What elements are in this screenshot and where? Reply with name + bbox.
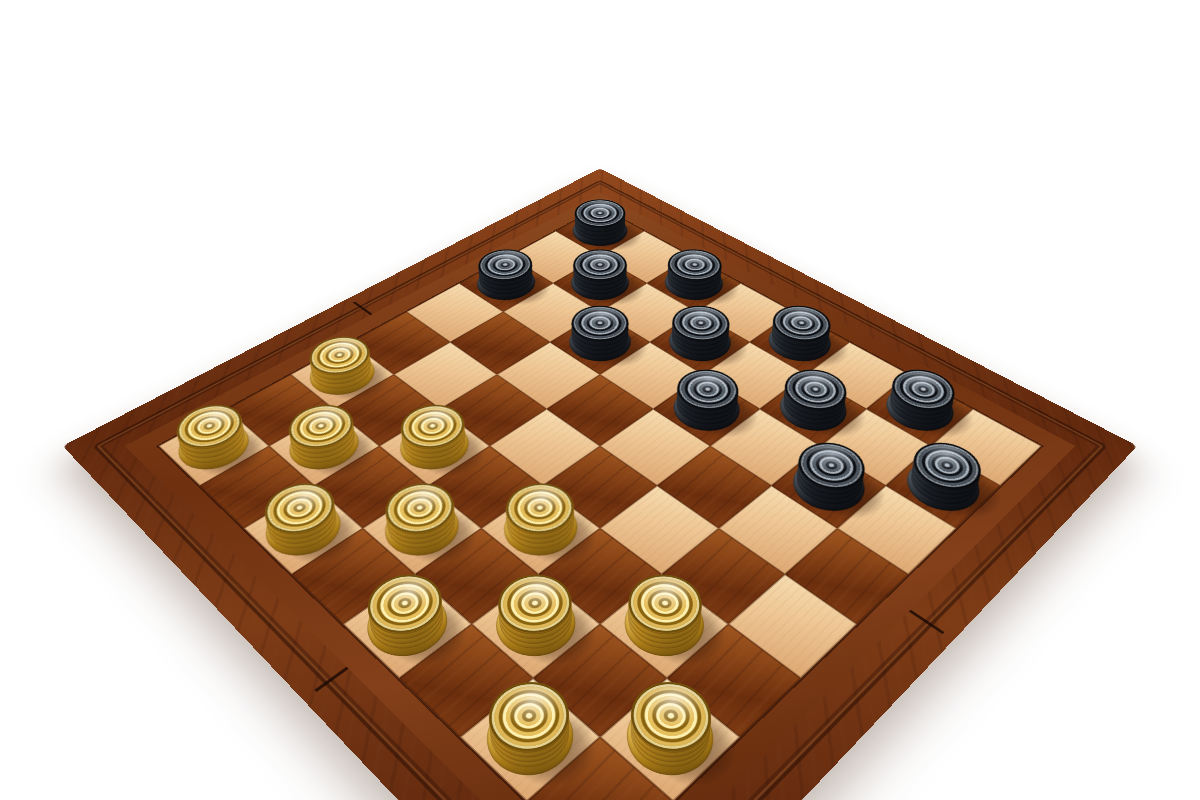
- photo-stage: [0, 0, 1200, 800]
- checker-gold[interactable]: [375, 494, 469, 564]
- checker-gold[interactable]: [170, 416, 258, 477]
- checker-gold[interactable]: [256, 494, 350, 564]
- checker-black[interactable]: [783, 454, 874, 519]
- checkers-board: [63, 168, 1138, 800]
- square-r5c2[interactable]: [379, 409, 489, 486]
- checker-black[interactable]: [771, 381, 856, 438]
- checker-black[interactable]: [877, 381, 962, 438]
- checker-black[interactable]: [760, 318, 839, 368]
- board-scene: [0, 0, 1200, 800]
- checker-black[interactable]: [664, 381, 749, 438]
